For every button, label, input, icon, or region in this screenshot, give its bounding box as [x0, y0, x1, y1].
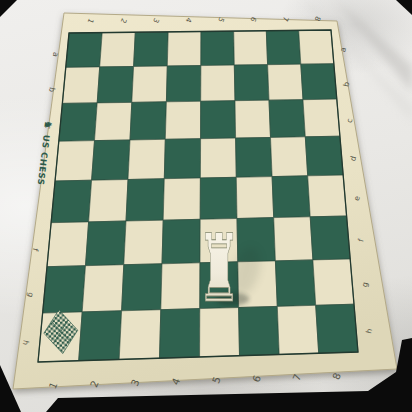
square-f8[interactable] [310, 216, 350, 260]
square-c7[interactable] [269, 100, 305, 138]
square-a2[interactable] [100, 32, 136, 67]
square-c4[interactable] [165, 101, 200, 139]
square-h8[interactable] [316, 304, 358, 353]
square-b7[interactable] [268, 64, 303, 100]
square-c1[interactable] [59, 103, 97, 141]
square-e6[interactable] [236, 177, 273, 219]
square-c3[interactable] [130, 102, 166, 140]
tablecloth-background: 1122334455667788abcdefghabcfgh ♞US CHESS… [0, 0, 412, 412]
cloth-fold-highlight [336, 0, 412, 92]
square-g7[interactable] [275, 260, 315, 307]
file-label-right-a: a [338, 46, 348, 53]
square-b2[interactable] [97, 67, 133, 103]
square-c2[interactable] [95, 102, 132, 140]
square-g3[interactable] [122, 264, 162, 311]
square-b8[interactable] [301, 64, 337, 100]
square-d2[interactable] [92, 140, 130, 180]
square-a7[interactable] [266, 30, 301, 64]
square-d6[interactable] [236, 138, 273, 178]
square-a3[interactable] [134, 32, 169, 67]
square-f3[interactable] [124, 220, 163, 265]
square-b5[interactable] [201, 65, 235, 101]
square-e4[interactable] [163, 178, 200, 220]
square-h4[interactable] [160, 309, 200, 359]
square-d8[interactable] [305, 136, 343, 176]
square-h6[interactable] [239, 306, 280, 355]
square-c5[interactable] [201, 101, 236, 139]
square-f2[interactable] [86, 221, 127, 266]
square-d5[interactable] [200, 138, 236, 178]
square-g2[interactable] [82, 265, 124, 312]
square-d4[interactable] [164, 139, 200, 179]
square-e8[interactable] [308, 175, 347, 217]
square-h3[interactable] [119, 310, 161, 360]
us-chess-knight-icon: ♞ [42, 119, 54, 130]
square-a6[interactable] [234, 31, 268, 65]
square-e2[interactable] [89, 180, 128, 222]
square-a5[interactable] [201, 31, 234, 66]
square-d7[interactable] [271, 137, 308, 177]
background-corner-top-left [0, 0, 17, 17]
square-c6[interactable] [235, 100, 271, 138]
square-c8[interactable] [303, 99, 340, 137]
square-d3[interactable] [128, 139, 165, 179]
white-rook[interactable]: ♜ [197, 213, 241, 323]
square-a4[interactable] [167, 32, 201, 67]
background-corner-top-right [396, 0, 412, 15]
file-label-left-b: b [47, 86, 57, 93]
square-f7[interactable] [274, 217, 313, 261]
square-g8[interactable] [313, 259, 354, 305]
square-h7[interactable] [277, 305, 318, 354]
square-a8[interactable] [299, 30, 334, 64]
square-e7[interactable] [272, 176, 310, 218]
chessboard-photo: 1122334455667788abcdefghabcfgh ♞US CHESS… [0, 0, 412, 412]
square-b4[interactable] [166, 66, 201, 102]
square-b3[interactable] [132, 66, 168, 102]
rank-label-bottom-8: 8 [330, 371, 343, 381]
square-e3[interactable] [126, 179, 164, 221]
square-d1[interactable] [55, 141, 94, 181]
square-f1[interactable] [47, 222, 89, 267]
square-e1[interactable] [51, 180, 92, 223]
square-a1[interactable] [66, 33, 102, 68]
square-b6[interactable] [234, 65, 269, 101]
square-g1[interactable] [43, 266, 86, 313]
square-b1[interactable] [62, 67, 99, 104]
square-f4[interactable] [162, 219, 200, 263]
square-g4[interactable] [161, 263, 200, 310]
square-h2[interactable] [79, 311, 122, 361]
file-label-left-a: a [51, 51, 61, 58]
